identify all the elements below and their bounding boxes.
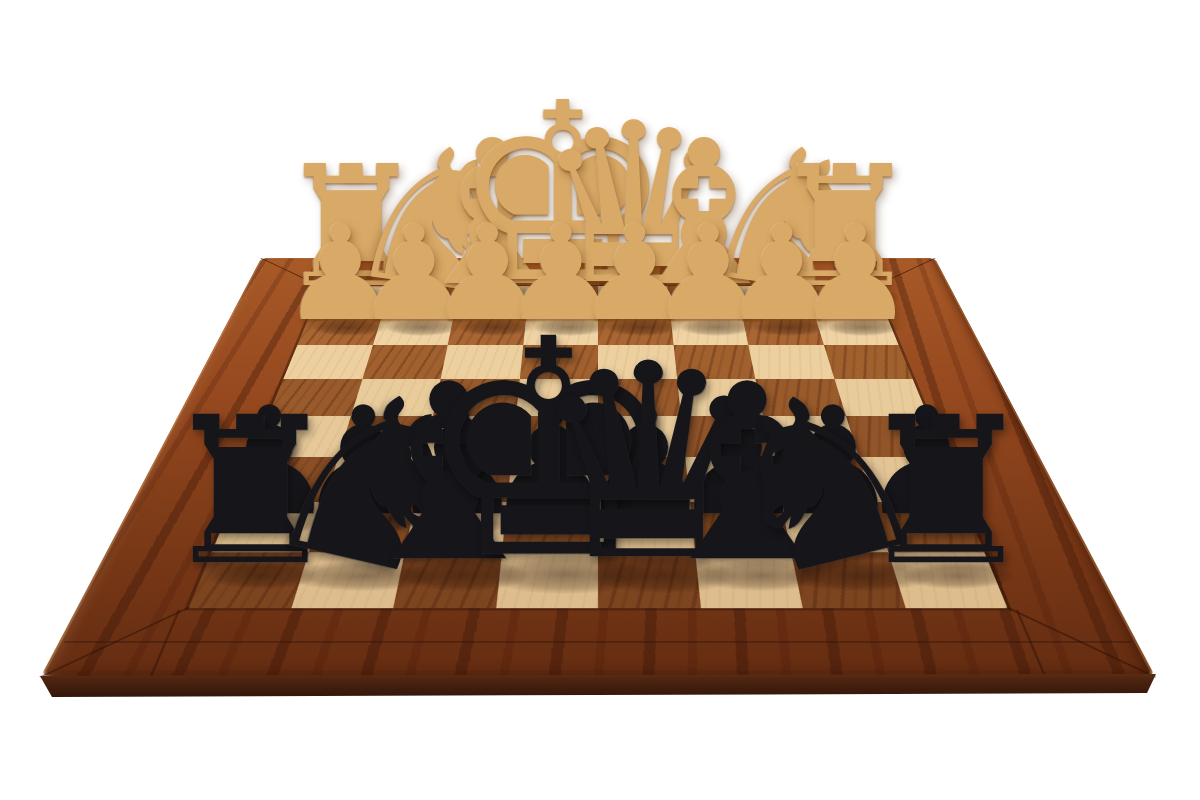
square-a5[interactable] bbox=[846, 416, 945, 457]
square-b1[interactable] bbox=[736, 286, 814, 314]
square-h4[interactable] bbox=[268, 379, 362, 416]
square-b4[interactable] bbox=[755, 379, 845, 416]
square-f7[interactable] bbox=[405, 502, 507, 552]
board-squares-grid bbox=[188, 286, 1007, 608]
square-g5[interactable] bbox=[338, 416, 433, 457]
square-d3[interactable] bbox=[598, 345, 677, 379]
square-g8[interactable] bbox=[291, 552, 405, 608]
square-b5[interactable] bbox=[763, 416, 858, 457]
square-e7[interactable] bbox=[501, 502, 598, 552]
square-b2[interactable] bbox=[742, 315, 824, 346]
square-e4[interactable] bbox=[516, 379, 599, 416]
frame-mitre-joint bbox=[873, 258, 935, 287]
square-a1[interactable] bbox=[805, 286, 886, 314]
square-e6[interactable] bbox=[507, 457, 598, 502]
square-d2[interactable] bbox=[598, 315, 673, 346]
square-f8[interactable] bbox=[393, 552, 501, 608]
square-f4[interactable] bbox=[433, 379, 519, 416]
square-c7[interactable] bbox=[689, 502, 791, 552]
square-g3[interactable] bbox=[362, 345, 448, 379]
square-g6[interactable] bbox=[324, 457, 425, 502]
chess-board bbox=[40, 258, 1156, 678]
square-f5[interactable] bbox=[425, 416, 516, 457]
square-g1[interactable] bbox=[382, 286, 460, 314]
square-h5[interactable] bbox=[251, 416, 350, 457]
square-e3[interactable] bbox=[519, 345, 598, 379]
square-g2[interactable] bbox=[372, 315, 454, 346]
square-c6[interactable] bbox=[685, 457, 781, 502]
square-b6[interactable] bbox=[771, 457, 872, 502]
square-a2[interactable] bbox=[814, 315, 899, 346]
square-c3[interactable] bbox=[673, 345, 755, 379]
square-a7[interactable] bbox=[872, 502, 984, 552]
square-d4[interactable] bbox=[598, 379, 681, 416]
square-e5[interactable] bbox=[511, 416, 598, 457]
square-d7[interactable] bbox=[598, 502, 695, 552]
square-d6[interactable] bbox=[598, 457, 689, 502]
square-g4[interactable] bbox=[351, 379, 441, 416]
square-h3[interactable] bbox=[283, 345, 372, 379]
frame-groove bbox=[149, 610, 180, 678]
square-f1[interactable] bbox=[454, 286, 529, 314]
square-h8[interactable] bbox=[188, 552, 308, 608]
square-e2[interactable] bbox=[523, 315, 598, 346]
square-b8[interactable] bbox=[791, 552, 905, 608]
square-d8[interactable] bbox=[598, 552, 700, 608]
square-f2[interactable] bbox=[448, 315, 526, 346]
square-c8[interactable] bbox=[695, 552, 803, 608]
square-c5[interactable] bbox=[681, 416, 772, 457]
square-a8[interactable] bbox=[888, 552, 1008, 608]
square-b3[interactable] bbox=[748, 345, 834, 379]
square-a4[interactable] bbox=[834, 379, 928, 416]
square-h1[interactable] bbox=[310, 286, 391, 314]
frame-groove bbox=[64, 641, 1132, 643]
square-d5[interactable] bbox=[598, 416, 685, 457]
square-h2[interactable] bbox=[297, 315, 382, 346]
square-c1[interactable] bbox=[667, 286, 742, 314]
square-b7[interactable] bbox=[781, 502, 888, 552]
square-h6[interactable] bbox=[233, 457, 338, 502]
square-e8[interactable] bbox=[496, 552, 598, 608]
square-d1[interactable] bbox=[598, 286, 670, 314]
square-f6[interactable] bbox=[415, 457, 511, 502]
square-f3[interactable] bbox=[441, 345, 523, 379]
square-a3[interactable] bbox=[824, 345, 913, 379]
scene: ♜︎♞︎♝︎♚︎♛︎♝︎♞︎♜︎♟︎♟︎♟︎♟︎♟︎♟︎♟︎♟︎♟︎♟︎♟︎♟︎… bbox=[0, 0, 1200, 800]
square-g7[interactable] bbox=[308, 502, 415, 552]
square-c4[interactable] bbox=[677, 379, 763, 416]
square-c2[interactable] bbox=[670, 315, 748, 346]
square-a6[interactable] bbox=[858, 457, 963, 502]
frame-mitre-joint bbox=[260, 258, 322, 287]
square-e1[interactable] bbox=[526, 286, 598, 314]
square-h7[interactable] bbox=[212, 502, 324, 552]
